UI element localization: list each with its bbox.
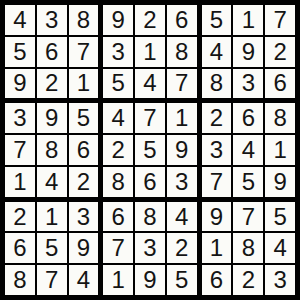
sudoku-cell-r3c4[interactable]: 5: [103, 69, 133, 99]
sudoku-cell-r4c6[interactable]: 1: [167, 103, 197, 133]
sudoku-cell-r2c4[interactable]: 3: [103, 37, 133, 67]
sudoku-cell-r5c3[interactable]: 6: [69, 135, 99, 165]
sudoku-cell-r3c9[interactable]: 6: [265, 69, 295, 99]
sudoku-cell-r9c3[interactable]: 4: [69, 265, 99, 295]
sudoku-cell-r9c5[interactable]: 9: [135, 265, 165, 295]
sudoku-cell-r9c9[interactable]: 3: [265, 265, 295, 295]
sudoku-cell-r9c2[interactable]: 7: [37, 265, 67, 295]
sudoku-cell-r5c1[interactable]: 7: [5, 135, 35, 165]
sudoku-box: 517492836: [202, 5, 295, 98]
sudoku-cell-r1c8[interactable]: 1: [233, 5, 263, 35]
sudoku-cell-r4c7[interactable]: 2: [202, 103, 232, 133]
sudoku-cell-r7c7[interactable]: 9: [202, 202, 232, 232]
sudoku-cell-r8c4[interactable]: 7: [103, 233, 133, 263]
sudoku-box: 395786142: [5, 103, 98, 196]
sudoku-cell-r3c5[interactable]: 4: [135, 69, 165, 99]
sudoku-box: 213659874: [5, 202, 98, 295]
sudoku-cell-r1c4[interactable]: 9: [103, 5, 133, 35]
sudoku-cell-r9c6[interactable]: 5: [167, 265, 197, 295]
sudoku-cell-r6c4[interactable]: 8: [103, 167, 133, 197]
sudoku-cell-r7c4[interactable]: 6: [103, 202, 133, 232]
sudoku-cell-r7c6[interactable]: 4: [167, 202, 197, 232]
sudoku-cell-r9c4[interactable]: 1: [103, 265, 133, 295]
sudoku-cell-r6c6[interactable]: 3: [167, 167, 197, 197]
sudoku-cell-r5c8[interactable]: 4: [233, 135, 263, 165]
sudoku-cell-r9c1[interactable]: 8: [5, 265, 35, 295]
sudoku-cell-r8c6[interactable]: 2: [167, 233, 197, 263]
sudoku-cell-r7c1[interactable]: 2: [5, 202, 35, 232]
sudoku-box: 926318547: [103, 5, 196, 98]
sudoku-cell-r8c1[interactable]: 6: [5, 233, 35, 263]
sudoku-cell-r3c1[interactable]: 9: [5, 69, 35, 99]
sudoku-cell-r8c3[interactable]: 9: [69, 233, 99, 263]
sudoku-cell-r5c7[interactable]: 3: [202, 135, 232, 165]
sudoku-box: 684732195: [103, 202, 196, 295]
sudoku-cell-r3c7[interactable]: 8: [202, 69, 232, 99]
sudoku-cell-r6c8[interactable]: 5: [233, 167, 263, 197]
sudoku-cell-r6c1[interactable]: 1: [5, 167, 35, 197]
sudoku-cell-r5c2[interactable]: 8: [37, 135, 67, 165]
sudoku-cell-r3c8[interactable]: 3: [233, 69, 263, 99]
sudoku-cell-r6c3[interactable]: 2: [69, 167, 99, 197]
sudoku-cell-r7c5[interactable]: 8: [135, 202, 165, 232]
sudoku-cell-r2c6[interactable]: 8: [167, 37, 197, 67]
sudoku-cell-r1c6[interactable]: 6: [167, 5, 197, 35]
sudoku-cell-r3c6[interactable]: 7: [167, 69, 197, 99]
sudoku-cell-r1c2[interactable]: 3: [37, 5, 67, 35]
sudoku-cell-r8c5[interactable]: 3: [135, 233, 165, 263]
sudoku-cell-r4c2[interactable]: 9: [37, 103, 67, 133]
sudoku-cell-r2c9[interactable]: 2: [265, 37, 295, 67]
sudoku-cell-r8c2[interactable]: 5: [37, 233, 67, 263]
sudoku-board: 4385679219263185475174928363957861424712…: [0, 0, 300, 300]
sudoku-cell-r8c7[interactable]: 1: [202, 233, 232, 263]
sudoku-cell-r1c5[interactable]: 2: [135, 5, 165, 35]
sudoku-cell-r7c9[interactable]: 5: [265, 202, 295, 232]
sudoku-cell-r5c5[interactable]: 5: [135, 135, 165, 165]
sudoku-cell-r8c9[interactable]: 4: [265, 233, 295, 263]
sudoku-cell-r5c4[interactable]: 2: [103, 135, 133, 165]
sudoku-cell-r4c8[interactable]: 6: [233, 103, 263, 133]
sudoku-box: 438567921: [5, 5, 98, 98]
sudoku-cell-r4c1[interactable]: 3: [5, 103, 35, 133]
sudoku-cell-r4c5[interactable]: 7: [135, 103, 165, 133]
sudoku-cell-r4c4[interactable]: 4: [103, 103, 133, 133]
sudoku-cell-r1c9[interactable]: 7: [265, 5, 295, 35]
sudoku-cell-r9c8[interactable]: 2: [233, 265, 263, 295]
sudoku-cell-r1c3[interactable]: 8: [69, 5, 99, 35]
sudoku-box: 975184623: [202, 202, 295, 295]
sudoku-cell-r2c3[interactable]: 7: [69, 37, 99, 67]
sudoku-cell-r4c9[interactable]: 8: [265, 103, 295, 133]
sudoku-cell-r2c2[interactable]: 6: [37, 37, 67, 67]
sudoku-box: 268341759: [202, 103, 295, 196]
sudoku-cell-r7c3[interactable]: 3: [69, 202, 99, 232]
sudoku-cell-r8c8[interactable]: 8: [233, 233, 263, 263]
sudoku-cell-r1c1[interactable]: 4: [5, 5, 35, 35]
sudoku-cell-r6c5[interactable]: 6: [135, 167, 165, 197]
sudoku-cell-r2c7[interactable]: 4: [202, 37, 232, 67]
sudoku-cell-r6c9[interactable]: 9: [265, 167, 295, 197]
sudoku-cell-r6c7[interactable]: 7: [202, 167, 232, 197]
sudoku-cell-r2c1[interactable]: 5: [5, 37, 35, 67]
sudoku-cell-r2c5[interactable]: 1: [135, 37, 165, 67]
sudoku-cell-r3c3[interactable]: 1: [69, 69, 99, 99]
sudoku-box: 471259863: [103, 103, 196, 196]
sudoku-cell-r5c9[interactable]: 1: [265, 135, 295, 165]
sudoku-cell-r7c8[interactable]: 7: [233, 202, 263, 232]
sudoku-cell-r9c7[interactable]: 6: [202, 265, 232, 295]
sudoku-cell-r1c7[interactable]: 5: [202, 5, 232, 35]
sudoku-cell-r5c6[interactable]: 9: [167, 135, 197, 165]
sudoku-cell-r4c3[interactable]: 5: [69, 103, 99, 133]
sudoku-cell-r6c2[interactable]: 4: [37, 167, 67, 197]
sudoku-cell-r3c2[interactable]: 2: [37, 69, 67, 99]
sudoku-cell-r7c2[interactable]: 1: [37, 202, 67, 232]
sudoku-cell-r2c8[interactable]: 9: [233, 37, 263, 67]
